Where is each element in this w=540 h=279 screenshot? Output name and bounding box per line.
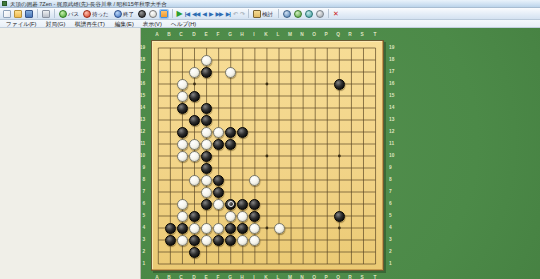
row-label-left-18: 18	[131, 57, 145, 62]
column-label-top-R: R	[349, 32, 352, 37]
column-label-bottom-C: C	[180, 275, 183, 279]
column-label-bottom-S: S	[361, 275, 364, 279]
application-window: 天頂の囲碁 7Zen - 梶原武雄(先)-長谷川章 / 昭和15年秋季大手合 パ…	[0, 0, 540, 279]
title-bar[interactable]: 天頂の囲碁 7Zen - 梶原武雄(先)-長谷川章 / 昭和15年秋季大手合	[0, 0, 540, 8]
stone-black-B4	[165, 223, 176, 234]
print-button[interactable]	[41, 9, 51, 19]
pass-button-label: パス	[68, 11, 79, 16]
row-label-left-15: 15	[131, 93, 145, 98]
go-board[interactable]	[151, 40, 384, 271]
nav-back10-button-glyph: ◀◀	[192, 10, 199, 18]
nav-back10-button[interactable]: ◀◀	[191, 9, 200, 19]
stone-white-E11	[201, 139, 212, 150]
stone-white-C10	[177, 151, 188, 162]
row-label-left-16: 16	[131, 81, 145, 86]
stone-white-E7	[201, 187, 212, 198]
menu-help[interactable]: ヘルプ(H)	[167, 21, 200, 27]
nav-first-button[interactable]: |◀	[184, 9, 190, 19]
stone-white-I8	[249, 175, 260, 186]
column-label-top-N: N	[300, 32, 303, 37]
column-label-bottom-K: K	[264, 275, 267, 279]
column-label-top-O: O	[312, 32, 316, 37]
nav-last-button[interactable]: ▶|	[225, 9, 231, 19]
stone-white-C5	[177, 211, 188, 222]
new-file-icon	[3, 10, 11, 18]
print-icon	[42, 10, 50, 18]
variation-forward-button-glyph: ↷	[240, 10, 244, 18]
stone-white-E12	[201, 127, 212, 138]
row-label-right-17: 17	[389, 69, 397, 74]
row-label-right-11: 11	[389, 141, 397, 146]
column-label-bottom-R: R	[349, 275, 352, 279]
column-label-bottom-T: T	[373, 275, 376, 279]
row-label-right-13: 13	[389, 117, 397, 122]
hint-button[interactable]	[293, 9, 303, 19]
autoplay-button[interactable]: ▶	[176, 9, 183, 19]
stone-black-G12	[225, 127, 236, 138]
menu-bar: ファイル(F)対局(G)棋譜再生(T)編集(E)表示(V)ヘルプ(H)	[0, 20, 540, 28]
stone-black-G4	[225, 223, 236, 234]
autoplay-button-glyph: ▶	[177, 10, 182, 18]
stone-white-E8	[201, 175, 212, 186]
row-label-right-9: 9	[389, 165, 397, 170]
stone-black-G11	[225, 139, 236, 150]
toolbar-separator	[54, 9, 55, 18]
orange-toggle-icon	[160, 10, 168, 18]
stone-black-E10	[201, 151, 212, 162]
stone-black-F8	[213, 175, 224, 186]
toolbar-separator	[248, 9, 249, 18]
row-label-right-19: 19	[389, 45, 397, 50]
toolbar: パス待った終了▶|◀◀◀◀▶▶▶▶|↶↷検討✕	[0, 8, 540, 20]
row-label-left-9: 9	[131, 165, 145, 170]
stone-white-C3	[177, 235, 188, 246]
stone-black-D13	[189, 115, 200, 126]
column-label-top-S: S	[361, 32, 364, 37]
column-label-bottom-H: H	[240, 275, 243, 279]
row-label-left-5: 5	[131, 213, 145, 218]
stone-white-I3	[249, 235, 260, 246]
toolbar-separator	[328, 9, 329, 18]
stone-black-H4	[237, 223, 248, 234]
row-label-right-2: 2	[389, 249, 397, 254]
column-label-top-A: A	[156, 32, 159, 37]
row-label-left-3: 3	[131, 237, 145, 242]
toolbar-separator	[172, 9, 173, 18]
stone-white-L4	[274, 223, 285, 234]
stone-white-D8	[189, 175, 200, 186]
row-label-left-1: 1	[131, 261, 145, 266]
end-button-label: 終了	[123, 11, 134, 16]
toolbar-separator	[278, 9, 279, 18]
column-label-bottom-N: N	[300, 275, 303, 279]
stone-white-H3	[237, 235, 248, 246]
row-label-right-12: 12	[389, 129, 397, 134]
row-label-left-17: 17	[131, 69, 145, 74]
stone-black-D3	[189, 235, 200, 246]
variation-back-button[interactable]: ↶	[232, 9, 238, 19]
stone-white-D11	[189, 139, 200, 150]
stone-white-D10	[189, 151, 200, 162]
engine-button[interactable]	[282, 9, 292, 19]
row-label-left-6: 6	[131, 201, 145, 206]
column-label-top-F: F	[216, 32, 219, 37]
row-label-left-14: 14	[131, 105, 145, 110]
black-stone-tool-button[interactable]	[137, 9, 147, 19]
side-panel	[0, 28, 141, 279]
column-label-top-G: G	[228, 32, 232, 37]
column-label-bottom-L: L	[277, 275, 280, 279]
column-label-bottom-F: F	[216, 275, 219, 279]
stone-black-F3	[213, 235, 224, 246]
white-stone-tool-button[interactable]	[148, 9, 158, 19]
open-folder-icon	[14, 10, 22, 18]
info-button[interactable]	[315, 9, 325, 19]
stop-button[interactable]: ✕	[332, 9, 339, 19]
row-label-left-10: 10	[131, 153, 145, 158]
stone-white-C15	[177, 91, 188, 102]
stone-white-F4	[213, 223, 224, 234]
blue-ball-icon	[114, 10, 122, 18]
variation-forward-button[interactable]: ↷	[239, 9, 245, 19]
stone-black-F11	[213, 139, 224, 150]
end-button[interactable]: 終了	[113, 9, 136, 19]
stone-white-F6	[213, 199, 224, 210]
nav-back-button-glyph: ◀	[202, 10, 206, 18]
stone-black-G3	[225, 235, 236, 246]
column-label-bottom-O: O	[312, 275, 316, 279]
stone-icon	[138, 10, 146, 18]
stone-black-C14	[177, 103, 188, 114]
stone-black-I6	[249, 199, 260, 210]
red-ball-icon	[83, 10, 91, 18]
stone-black-F7	[213, 187, 224, 198]
menu-file[interactable]: ファイル(F)	[2, 21, 40, 27]
row-label-left-4: 4	[131, 225, 145, 230]
stone-white-F12	[213, 127, 224, 138]
row-label-right-8: 8	[389, 177, 397, 182]
column-label-bottom-B: B	[168, 275, 171, 279]
nav-back-button[interactable]: ◀	[201, 9, 207, 19]
column-label-top-D: D	[192, 32, 195, 37]
app-icon	[2, 1, 7, 6]
stone-white-G17	[225, 67, 236, 78]
nav-forward-button[interactable]: ▶	[208, 9, 214, 19]
column-label-bottom-M: M	[288, 275, 292, 279]
column-label-bottom-Q: Q	[336, 275, 340, 279]
row-label-left-2: 2	[131, 249, 145, 254]
ball-teal	[305, 10, 313, 18]
column-label-bottom-E: E	[204, 275, 207, 279]
stone-white-D4	[189, 223, 200, 234]
stone-white-H5	[237, 211, 248, 222]
stone-black-C12	[177, 127, 188, 138]
save-button[interactable]	[24, 9, 34, 19]
column-label-top-P: P	[325, 32, 328, 37]
row-label-right-3: 3	[389, 237, 397, 242]
column-label-top-L: L	[277, 32, 280, 37]
stone-white-E18	[201, 55, 212, 66]
column-label-bottom-P: P	[325, 275, 328, 279]
stone-black-Q16	[334, 79, 345, 90]
row-label-left-13: 13	[131, 117, 145, 122]
stone-white-E4	[201, 223, 212, 234]
row-label-right-10: 10	[389, 153, 397, 158]
row-label-left-7: 7	[131, 189, 145, 194]
open-file-button[interactable]	[13, 9, 23, 19]
stone-black-E14	[201, 103, 212, 114]
stone-black-E6	[201, 199, 212, 210]
column-label-bottom-D: D	[192, 275, 195, 279]
column-label-top-K: K	[264, 32, 267, 37]
nav-forward10-button-glyph: ▶▶	[216, 10, 223, 18]
row-label-right-6: 6	[389, 201, 397, 206]
stone-white-E3	[201, 235, 212, 246]
row-label-right-18: 18	[389, 57, 397, 62]
column-label-top-H: H	[240, 32, 243, 37]
analysis-button-label: 検討	[262, 11, 273, 16]
stop-button-glyph: ✕	[333, 10, 338, 18]
stone-black-C4	[177, 223, 188, 234]
row-label-right-5: 5	[389, 213, 397, 218]
toolbar-separator	[37, 9, 38, 18]
count-button[interactable]	[304, 9, 314, 19]
row-label-left-8: 8	[131, 177, 145, 182]
stone-black-D15	[189, 91, 200, 102]
green-ball-icon	[59, 10, 67, 18]
stone-black-B3	[165, 235, 176, 246]
ball-green	[294, 10, 302, 18]
stone-black-Q5	[334, 211, 345, 222]
stone2-icon	[149, 10, 157, 18]
window-title: 天頂の囲碁 7Zen - 梶原武雄(先)-長谷川章 / 昭和15年秋季大手合	[10, 1, 167, 7]
row-label-right-15: 15	[389, 93, 397, 98]
new-file-button[interactable]	[2, 9, 12, 19]
stone-black-E13	[201, 115, 212, 126]
menu-view[interactable]: 表示(V)	[139, 21, 166, 27]
stone-black-D5	[189, 211, 200, 222]
nav-last-button-glyph: ▶|	[226, 10, 230, 18]
stone-black-I5	[249, 211, 260, 222]
stone-white-C16	[177, 79, 188, 90]
stone-black-H12	[237, 127, 248, 138]
row-label-right-1: 1	[389, 261, 397, 266]
column-label-top-M: M	[288, 32, 292, 37]
menu-replay[interactable]: 棋譜再生(T)	[71, 21, 109, 27]
row-label-left-19: 19	[131, 45, 145, 50]
nav-first-button-glyph: |◀	[185, 10, 189, 18]
column-label-bottom-I: I	[253, 275, 254, 279]
variation-back-button-glyph: ↶	[233, 10, 237, 18]
undo-button[interactable]: 待った	[82, 9, 111, 19]
territory-toggle-button[interactable]	[159, 9, 169, 19]
row-label-left-11: 11	[131, 141, 145, 146]
stone-black-G6	[225, 199, 236, 210]
analysis-button[interactable]: 検討	[252, 9, 275, 19]
menu-edit[interactable]: 編集(E)	[111, 21, 138, 27]
stone-black-D2	[189, 247, 200, 258]
column-label-top-E: E	[204, 32, 207, 37]
stone-white-C11	[177, 139, 188, 150]
undo-button-label: 待った	[92, 11, 108, 16]
stone-black-E17	[201, 67, 212, 78]
column-label-top-B: B	[168, 32, 171, 37]
stone-white-I4	[249, 223, 260, 234]
nav-forward10-button[interactable]: ▶▶	[215, 9, 224, 19]
row-label-left-12: 12	[131, 129, 145, 134]
save-icon	[25, 10, 33, 18]
client-area: AABBCCDDEEFFGGHHIIKKLLMMNNOOPPQQRRSSTT19…	[0, 28, 540, 279]
stone-black-E9	[201, 163, 212, 174]
board-icon	[253, 10, 261, 18]
column-label-top-Q: Q	[336, 32, 340, 37]
column-label-top-T: T	[373, 32, 376, 37]
stone-white-G5	[225, 211, 236, 222]
row-label-right-7: 7	[389, 189, 397, 194]
stone-white-C6	[177, 199, 188, 210]
stone-black-H6	[237, 199, 248, 210]
column-label-bottom-A: A	[156, 275, 159, 279]
stone-white-D17	[189, 67, 200, 78]
menu-game[interactable]: 対局(G)	[42, 21, 69, 27]
row-label-right-16: 16	[389, 81, 397, 86]
ball-gray	[316, 10, 324, 18]
ball-steel	[283, 10, 291, 18]
nav-forward-button-glyph: ▶	[209, 10, 213, 18]
column-label-bottom-G: G	[228, 275, 232, 279]
column-label-top-C: C	[180, 32, 183, 37]
row-label-right-4: 4	[389, 225, 397, 230]
column-label-top-I: I	[253, 32, 254, 37]
pass-button[interactable]: パス	[58, 9, 81, 19]
row-label-right-14: 14	[389, 105, 397, 110]
